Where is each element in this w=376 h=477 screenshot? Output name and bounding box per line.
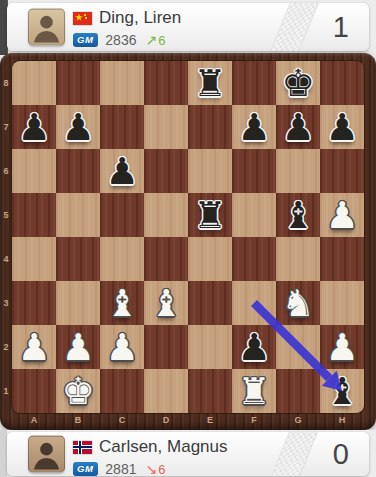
title-badge: GM [73,462,98,476]
square-f1[interactable]: ♜ [232,369,276,413]
file-label-c: C [100,413,144,429]
piece-white-rook-f1[interactable]: ♜ [232,369,276,413]
square-g6[interactable] [276,149,320,193]
square-b7[interactable]: ♟ [56,105,100,149]
square-g1[interactable] [276,369,320,413]
square-e8[interactable]: ♜ [188,61,232,105]
file-label-h: H [320,413,364,429]
live-game-panel: Ding, Liren GM 2836 ↗ 6 1 ♜♚♟♟♟♟♟♟♜♝♟♝♝♞… [0,0,376,477]
square-d4[interactable] [144,237,188,281]
square-g7[interactable]: ♟ [276,105,320,149]
square-g3[interactable]: ♞ [276,281,320,325]
square-g5[interactable]: ♝ [276,193,320,237]
square-d7[interactable] [144,105,188,149]
piece-black-king-g8[interactable]: ♚ [276,61,320,105]
board-squares: ♜♚♟♟♟♟♟♟♜♝♟♝♝♞♟♟♟♟♟♚♜♝ [12,61,364,413]
flag-china-icon [73,12,92,25]
player-info-bottom: Carlsen, Magnus GM 2881 ↘ 6 [73,437,228,476]
square-g4[interactable] [276,237,320,281]
person-silhouette-icon [29,437,64,472]
square-a7[interactable]: ♟ [12,105,56,149]
piece-white-pawn-a2[interactable]: ♟ [12,325,56,369]
file-label-e: E [188,413,232,429]
trend-down-icon: ↘ [145,461,157,476]
rank-label-2: 2 [0,325,12,369]
avatar [28,436,65,473]
file-label-g: G [276,413,320,429]
square-c2[interactable]: ♟ [100,325,144,369]
square-b6[interactable] [56,149,100,193]
square-c3[interactable]: ♝ [100,281,144,325]
square-d5[interactable] [144,193,188,237]
square-e2[interactable] [188,325,232,369]
player-rating: 2881 [105,461,136,476]
square-a2[interactable]: ♟ [12,325,56,369]
piece-white-pawn-b2[interactable]: ♟ [56,325,100,369]
square-e3[interactable] [188,281,232,325]
person-silhouette-icon [29,10,64,45]
square-h2[interactable]: ♟ [320,325,364,369]
rank-label-6: 6 [0,149,12,193]
rank-label-1: 1 [0,369,12,413]
piece-black-pawn-f7[interactable]: ♟ [232,105,276,149]
square-a1[interactable] [12,369,56,413]
rank-label-8: 8 [0,61,12,105]
square-b8[interactable] [56,61,100,105]
square-b3[interactable] [56,281,100,325]
avatar [28,9,65,46]
piece-black-pawn-h7[interactable]: ♟ [320,105,364,149]
player-rating: 2836 [105,32,136,48]
piece-white-bishop-c3[interactable]: ♝ [100,281,144,325]
file-label-f: F [232,413,276,429]
square-f5[interactable] [232,193,276,237]
square-a4[interactable] [12,237,56,281]
chess-board: ♜♚♟♟♟♟♟♟♜♝♟♝♝♞♟♟♟♟♟♚♜♝ 87654321 ABCDEFGH [0,53,376,430]
file-label-b: B [56,413,100,429]
piece-white-bishop-d3[interactable]: ♝ [144,281,188,325]
rating-trend: ↘ 6 [145,461,165,476]
match-score-bottom: 0 [333,438,349,471]
square-f8[interactable] [232,61,276,105]
square-f7[interactable]: ♟ [232,105,276,149]
trend-up-icon: ↗ [145,32,157,48]
square-h6[interactable] [320,149,364,193]
square-c4[interactable] [100,237,144,281]
rank-label-5: 5 [0,193,12,237]
piece-black-rook-e8[interactable]: ♜ [188,61,232,105]
square-b1[interactable]: ♚ [56,369,100,413]
square-a8[interactable] [12,61,56,105]
piece-white-king-b1[interactable]: ♚ [56,369,100,413]
piece-black-bishop-g5[interactable]: ♝ [276,193,320,237]
square-h8[interactable] [320,61,364,105]
square-c8[interactable] [100,61,144,105]
piece-black-pawn-g7[interactable]: ♟ [276,105,320,149]
player-card-bottom: Carlsen, Magnus GM 2881 ↘ 6 0 [7,432,369,476]
player-card-top: Ding, Liren GM 2836 ↗ 6 1 [7,3,369,51]
title-badge: GM [73,33,98,47]
square-h3[interactable] [320,281,364,325]
player-bar-top: Ding, Liren GM 2836 ↗ 6 1 [0,0,376,55]
square-a6[interactable] [12,149,56,193]
square-c6[interactable]: ♟ [100,149,144,193]
square-g2[interactable] [276,325,320,369]
piece-white-knight-g3[interactable]: ♞ [276,281,320,325]
square-d3[interactable]: ♝ [144,281,188,325]
player-name: Carlsen, Magnus [99,437,228,457]
file-label-a: A [12,413,56,429]
square-f3[interactable] [232,281,276,325]
square-b4[interactable] [56,237,100,281]
square-b5[interactable] [56,193,100,237]
square-d1[interactable] [144,369,188,413]
piece-black-pawn-b7[interactable]: ♟ [56,105,100,149]
square-d2[interactable] [144,325,188,369]
rank-label-7: 7 [0,105,12,149]
square-h7[interactable]: ♟ [320,105,364,149]
player-name: Ding, Liren [99,8,181,28]
score-divider-hatch [269,432,321,476]
rank-label-3: 3 [0,281,12,325]
square-e6[interactable] [188,149,232,193]
square-d8[interactable] [144,61,188,105]
score-divider-hatch [268,3,321,51]
square-e7[interactable] [188,105,232,149]
trend-value: 6 [158,33,165,48]
square-e4[interactable] [188,237,232,281]
piece-white-pawn-h2[interactable]: ♟ [320,325,364,369]
piece-black-bishop-h1[interactable]: ♝ [320,369,364,413]
square-c1[interactable] [100,369,144,413]
square-h5[interactable]: ♟ [320,193,364,237]
square-f6[interactable] [232,149,276,193]
piece-black-pawn-f2[interactable]: ♟ [232,325,276,369]
rating-trend: ↗ 6 [145,32,165,48]
square-a3[interactable] [12,281,56,325]
piece-white-pawn-c2[interactable]: ♟ [100,325,144,369]
square-d6[interactable] [144,149,188,193]
square-g8[interactable]: ♚ [276,61,320,105]
flag-norway-icon [73,441,92,454]
square-h4[interactable] [320,237,364,281]
match-score-top: 1 [333,11,349,44]
square-e5[interactable]: ♜ [188,193,232,237]
left-edge-strip [0,430,7,477]
file-label-d: D [144,413,188,429]
square-f4[interactable] [232,237,276,281]
square-b2[interactable]: ♟ [56,325,100,369]
square-f2[interactable]: ♟ [232,325,276,369]
square-a5[interactable] [12,193,56,237]
player-info-top: Ding, Liren GM 2836 ↗ 6 [73,8,181,49]
square-h1[interactable]: ♝ [320,369,364,413]
piece-black-pawn-a7[interactable]: ♟ [12,105,56,149]
square-c7[interactable] [100,105,144,149]
rank-label-4: 4 [0,237,12,281]
piece-white-pawn-h5[interactable]: ♟ [320,193,364,237]
square-c5[interactable] [100,193,144,237]
piece-black-pawn-c6[interactable]: ♟ [100,149,144,193]
player-bar-bottom: Carlsen, Magnus GM 2881 ↘ 6 0 [0,430,376,477]
trend-value: 6 [158,462,165,477]
piece-black-rook-e5[interactable]: ♜ [188,193,232,237]
square-e1[interactable] [188,369,232,413]
